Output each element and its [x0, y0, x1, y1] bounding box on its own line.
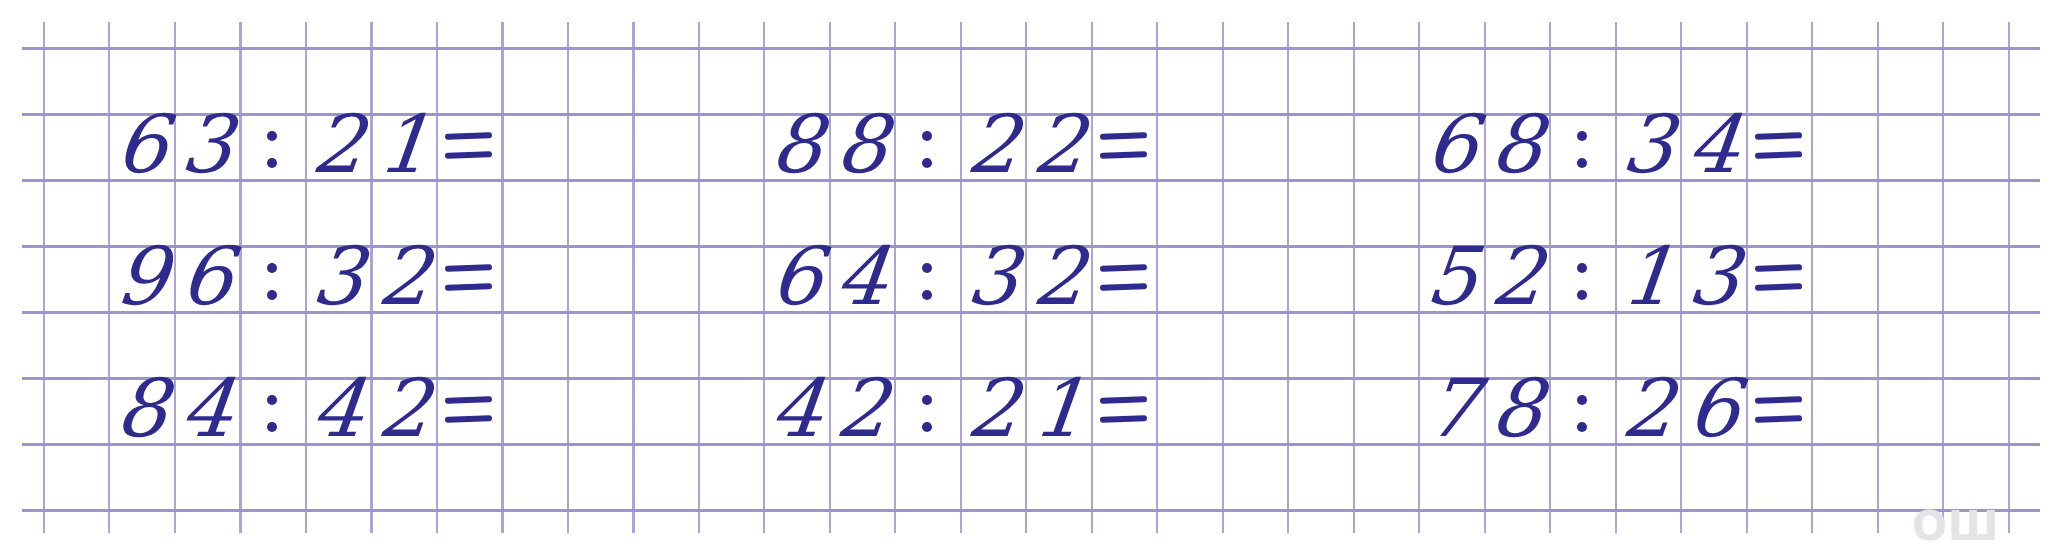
colon-dot: [922, 422, 932, 432]
digit-cell: 4: [171, 377, 243, 443]
digit-cell: 6: [171, 245, 243, 311]
digit-cell: 2: [367, 245, 439, 311]
digit-cell: 2: [957, 113, 1029, 179]
equals-bar: [1100, 132, 1147, 140]
division-problem: 5213: [1419, 245, 1812, 311]
equals-sign: [1746, 376, 1812, 442]
digit-cell: 2: [957, 377, 1029, 443]
digit-cell: 7: [1415, 377, 1487, 443]
digit-cell: 1: [1022, 377, 1094, 443]
digit-cell: 4: [760, 377, 832, 443]
colon-dot: [1577, 263, 1587, 273]
equals-bar: [445, 415, 492, 423]
equals-sign: [1746, 244, 1812, 310]
equals-sign: [436, 112, 502, 178]
digit-cell: 4: [1677, 113, 1749, 179]
colon-dot: [922, 395, 932, 405]
division-problem: 8442: [109, 377, 502, 443]
colon-dot: [1577, 422, 1587, 432]
digit-cell: 2: [302, 113, 374, 179]
digit-cell: 8: [1481, 377, 1553, 443]
division-problem: 9632: [109, 245, 502, 311]
digit-cell: 2: [826, 377, 898, 443]
division-sign: [240, 380, 306, 446]
equals-sign: [1746, 112, 1812, 178]
equals-bar: [1755, 283, 1802, 291]
equals-bar: [1755, 151, 1802, 159]
equals-bar: [1755, 396, 1802, 404]
equals-sign: [436, 244, 502, 310]
division-problem: 6834: [1419, 113, 1812, 179]
colon-dot: [922, 290, 932, 300]
digit-cell: 3: [957, 245, 1029, 311]
division-problem: 6432: [764, 245, 1157, 311]
digit-cell: 8: [1481, 113, 1553, 179]
digit-cell: 8: [760, 113, 832, 179]
digit-cell: 2: [1612, 377, 1684, 443]
equals-bar: [445, 151, 492, 159]
division-sign: [895, 248, 961, 314]
equals-bar: [445, 283, 492, 291]
colon-dot: [267, 422, 277, 432]
division-sign: [240, 116, 306, 182]
colon-dot: [267, 395, 277, 405]
digit-cell: 8: [826, 113, 898, 179]
equals-bar: [1100, 415, 1147, 423]
equals-bar: [1100, 396, 1147, 404]
colon-dot: [922, 131, 932, 141]
digit-cell: 5: [1415, 245, 1487, 311]
digit-cell: 2: [1022, 245, 1094, 311]
colon-dot: [1577, 290, 1587, 300]
division-sign: [895, 380, 961, 446]
digit-cell: 1: [367, 113, 439, 179]
equals-bar: [1100, 283, 1147, 291]
equals-sign: [1091, 244, 1157, 310]
watermark-logo: ОШ: [1912, 506, 2000, 547]
equals-bar: [1100, 151, 1147, 159]
digit-cell: 6: [1415, 113, 1487, 179]
equals-bar: [1755, 132, 1802, 140]
colon-dot: [1577, 395, 1587, 405]
colon-dot: [267, 131, 277, 141]
division-problem: 7826: [1419, 377, 1812, 443]
division-problem: 4221: [764, 377, 1157, 443]
division-sign: [1550, 380, 1616, 446]
equals-bar: [1755, 264, 1802, 272]
digit-cell: 9: [105, 245, 177, 311]
colon-dot: [267, 158, 277, 168]
colon-dot: [1577, 131, 1587, 141]
colon-dot: [1577, 158, 1587, 168]
division-sign: [895, 116, 961, 182]
colon-dot: [267, 263, 277, 273]
digit-cell: 2: [367, 377, 439, 443]
digit-cell: 3: [1612, 113, 1684, 179]
equals-sign: [1091, 112, 1157, 178]
digit-cell: 3: [1677, 245, 1749, 311]
equals-bar: [1100, 264, 1147, 272]
digit-cell: 6: [1677, 377, 1749, 443]
digit-cell: 4: [302, 377, 374, 443]
digit-cell: 1: [1612, 245, 1684, 311]
division-sign: [1550, 116, 1616, 182]
digit-cell: 6: [105, 113, 177, 179]
digit-cell: 3: [302, 245, 374, 311]
colon-dot: [922, 263, 932, 273]
digit-cell: 2: [1481, 245, 1553, 311]
division-sign: [1550, 248, 1616, 314]
division-problem: 6321: [109, 113, 502, 179]
digit-cell: 6: [760, 245, 832, 311]
equals-bar: [445, 132, 492, 140]
equals-bar: [1755, 415, 1802, 423]
equals-bar: [445, 264, 492, 272]
digit-cell: 4: [826, 245, 898, 311]
digit-cell: 2: [1022, 113, 1094, 179]
digit-cell: 3: [171, 113, 243, 179]
division-problem: 8822: [764, 113, 1157, 179]
equals-sign: [1091, 376, 1157, 442]
equals-bar: [445, 396, 492, 404]
division-sign: [240, 248, 306, 314]
digit-cell: 8: [105, 377, 177, 443]
equals-sign: [436, 376, 502, 442]
colon-dot: [267, 290, 277, 300]
notebook-page: 632188226834963264325213844242217826 ОШ: [0, 0, 2061, 558]
colon-dot: [922, 158, 932, 168]
